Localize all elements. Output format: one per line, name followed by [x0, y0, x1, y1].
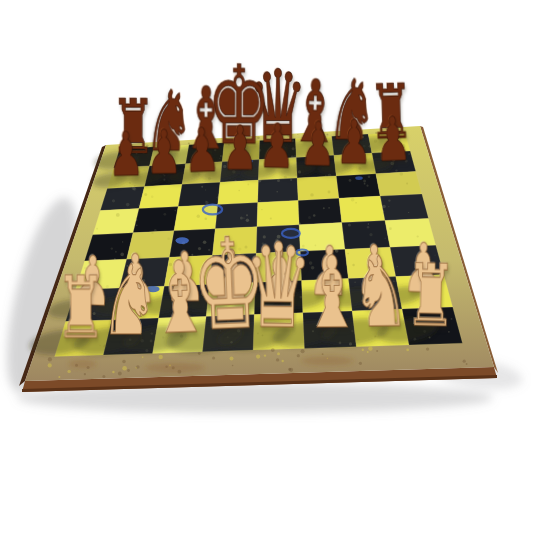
piece-white-rook-a1[interactable]: ♜ — [56, 264, 107, 350]
piece-black-pawn-c7[interactable]: ♟ — [183, 119, 221, 181]
pieces-layer: ♜♞♝♚♛♝♞♜♟♟♟♟♟♟♟♟♟♟♟♟♟♟♟♟♜♞♝♚♛♝♞♜ — [0, 0, 533, 533]
piece-black-pawn-d7[interactable]: ♟ — [222, 117, 259, 178]
piece-black-pawn-f7[interactable]: ♟ — [299, 113, 336, 175]
piece-black-pawn-a7[interactable]: ♟ — [107, 123, 144, 185]
photo-scene: ♜♞♝♚♛♝♞♜♟♟♟♟♟♟♟♟♟♟♟♟♟♟♟♟♜♞♝♚♛♝♞♜ — [0, 0, 533, 533]
piece-black-pawn-e7[interactable]: ♟ — [258, 115, 296, 177]
piece-white-rook-h1[interactable]: ♜ — [405, 252, 458, 339]
piece-white-knight-b1[interactable]: ♞ — [100, 252, 157, 349]
piece-black-pawn-b7[interactable]: ♟ — [145, 121, 182, 182]
piece-black-pawn-g7[interactable]: ♟ — [336, 111, 373, 172]
piece-black-pawn-h7[interactable]: ♟ — [374, 108, 412, 170]
piece-white-bishop-c1[interactable]: ♝ — [149, 247, 211, 348]
